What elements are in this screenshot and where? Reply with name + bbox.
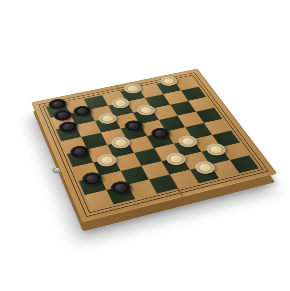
board-scene [0,0,290,291]
product-photo-background [0,0,290,291]
board-square[interactable] [230,155,259,173]
metal-latch-icon [53,167,63,173]
checkers-board [32,69,276,222]
